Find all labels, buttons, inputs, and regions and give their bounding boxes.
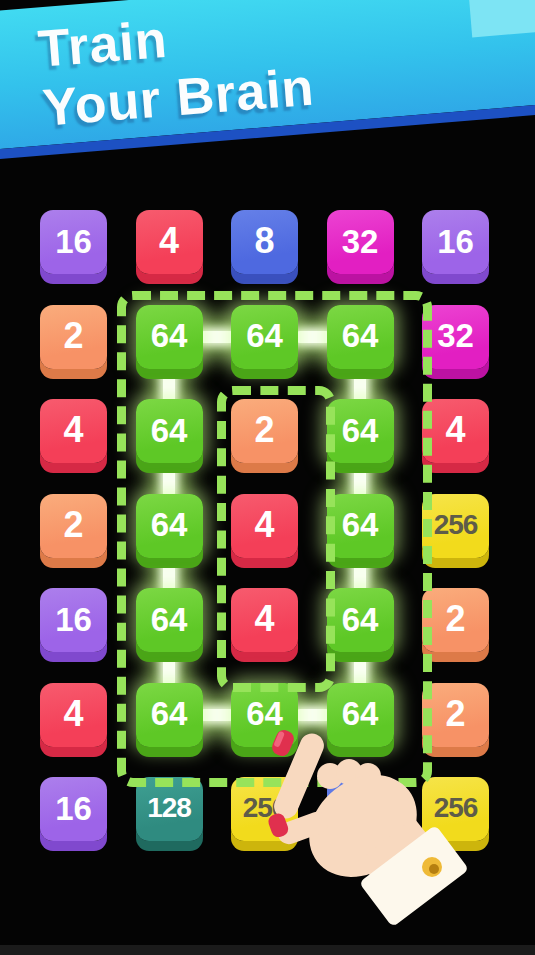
tile-value: 16	[437, 225, 474, 258]
tile-value: 128	[147, 794, 191, 822]
tile-r1c1-16[interactable]: 16	[40, 210, 107, 274]
tile-r3c3-2[interactable]: 2	[231, 399, 298, 463]
tile-value: 2	[445, 696, 465, 732]
tile-r3c5-4[interactable]: 4	[422, 399, 489, 463]
tile-value: 4	[159, 223, 179, 259]
tile-r4c5-256[interactable]: 256	[422, 494, 489, 558]
tile-r4c1-2[interactable]: 2	[40, 494, 107, 558]
tile-r3c1-4[interactable]: 4	[40, 399, 107, 463]
tile-value: 4	[254, 601, 274, 637]
tile-value: 16	[55, 603, 92, 636]
tile-value: 256	[243, 794, 287, 822]
tile-value: 64	[151, 697, 188, 730]
tile-r2c2-64[interactable]: 64	[136, 305, 203, 369]
tile-r5c3-4[interactable]: 4	[231, 588, 298, 652]
tile-r1c5-16[interactable]: 16	[422, 210, 489, 274]
tile-r4c2-64[interactable]: 64	[136, 494, 203, 558]
tile-r6c4-64[interactable]: 64	[327, 683, 394, 747]
tile-r7c1-16[interactable]: 16	[40, 777, 107, 841]
board: 1648321626464643246426442644642561664464…	[0, 0, 489, 841]
tile-value: 64	[342, 508, 379, 541]
tile-r6c3-64[interactable]: 64	[231, 683, 298, 747]
tile-r5c1-16[interactable]: 16	[40, 588, 107, 652]
tile-value: 64	[342, 319, 379, 352]
tile-value: 64	[151, 603, 188, 636]
tile-value: 256	[434, 794, 478, 822]
tile-r2c4-64[interactable]: 64	[327, 305, 394, 369]
tile-value: 16	[55, 225, 92, 258]
tile-r3c2-64[interactable]: 64	[136, 399, 203, 463]
tile-r5c2-64[interactable]: 64	[136, 588, 203, 652]
tile-value: 32	[342, 225, 379, 258]
tile-value: 32	[437, 319, 474, 352]
tile-r2c5-32[interactable]: 32	[422, 305, 489, 369]
tile-r1c2-4[interactable]: 4	[136, 210, 203, 274]
tile-r2c3-64[interactable]: 64	[231, 305, 298, 369]
tile-value: 16	[55, 792, 92, 825]
tile-value: 8	[254, 223, 274, 259]
tile-value: 256	[434, 511, 478, 539]
tile-r1c4-32[interactable]: 32	[327, 210, 394, 274]
tile-value: 2	[63, 507, 83, 543]
tile-value: 64	[246, 319, 283, 352]
tile-value: 2	[445, 601, 465, 637]
tile-r6c1-4[interactable]: 4	[40, 683, 107, 747]
tile-r6c5-2[interactable]: 2	[422, 683, 489, 747]
tile-r6c2-64[interactable]: 64	[136, 683, 203, 747]
tile-r2c1-2[interactable]: 2	[40, 305, 107, 369]
tile-r7c5-256[interactable]: 256	[422, 777, 489, 841]
tile-value: 64	[151, 319, 188, 352]
tile-r4c4-64[interactable]: 64	[327, 494, 394, 558]
tile-r3c4-64[interactable]: 64	[327, 399, 394, 463]
tile-r4c3-4[interactable]: 4	[231, 494, 298, 558]
game-screen: 1648321626464643246426442644642561664464…	[0, 0, 535, 955]
bottom-edge-shade	[0, 945, 535, 955]
tile-r5c4-64[interactable]: 64	[327, 588, 394, 652]
tile-value: 4	[254, 507, 274, 543]
tile-r1c3-8[interactable]: 8	[231, 210, 298, 274]
tile-r7c2-128[interactable]: 128	[136, 777, 203, 841]
tile-value: 64	[151, 508, 188, 541]
tile-value: 64	[342, 603, 379, 636]
tile-value: 4	[445, 412, 465, 448]
tile-value: 4	[63, 696, 83, 732]
tile-value: 2	[63, 318, 83, 354]
tile-value: 2	[254, 412, 274, 448]
tile-value: 64	[151, 414, 188, 447]
tile-value: 64	[246, 697, 283, 730]
tile-value: 64	[342, 414, 379, 447]
tile-value: 64	[342, 697, 379, 730]
tile-r7c4[interactable]	[327, 777, 394, 841]
tile-r7c3-256[interactable]: 256	[231, 777, 298, 841]
tile-r5c5-2[interactable]: 2	[422, 588, 489, 652]
tile-value: 4	[63, 412, 83, 448]
